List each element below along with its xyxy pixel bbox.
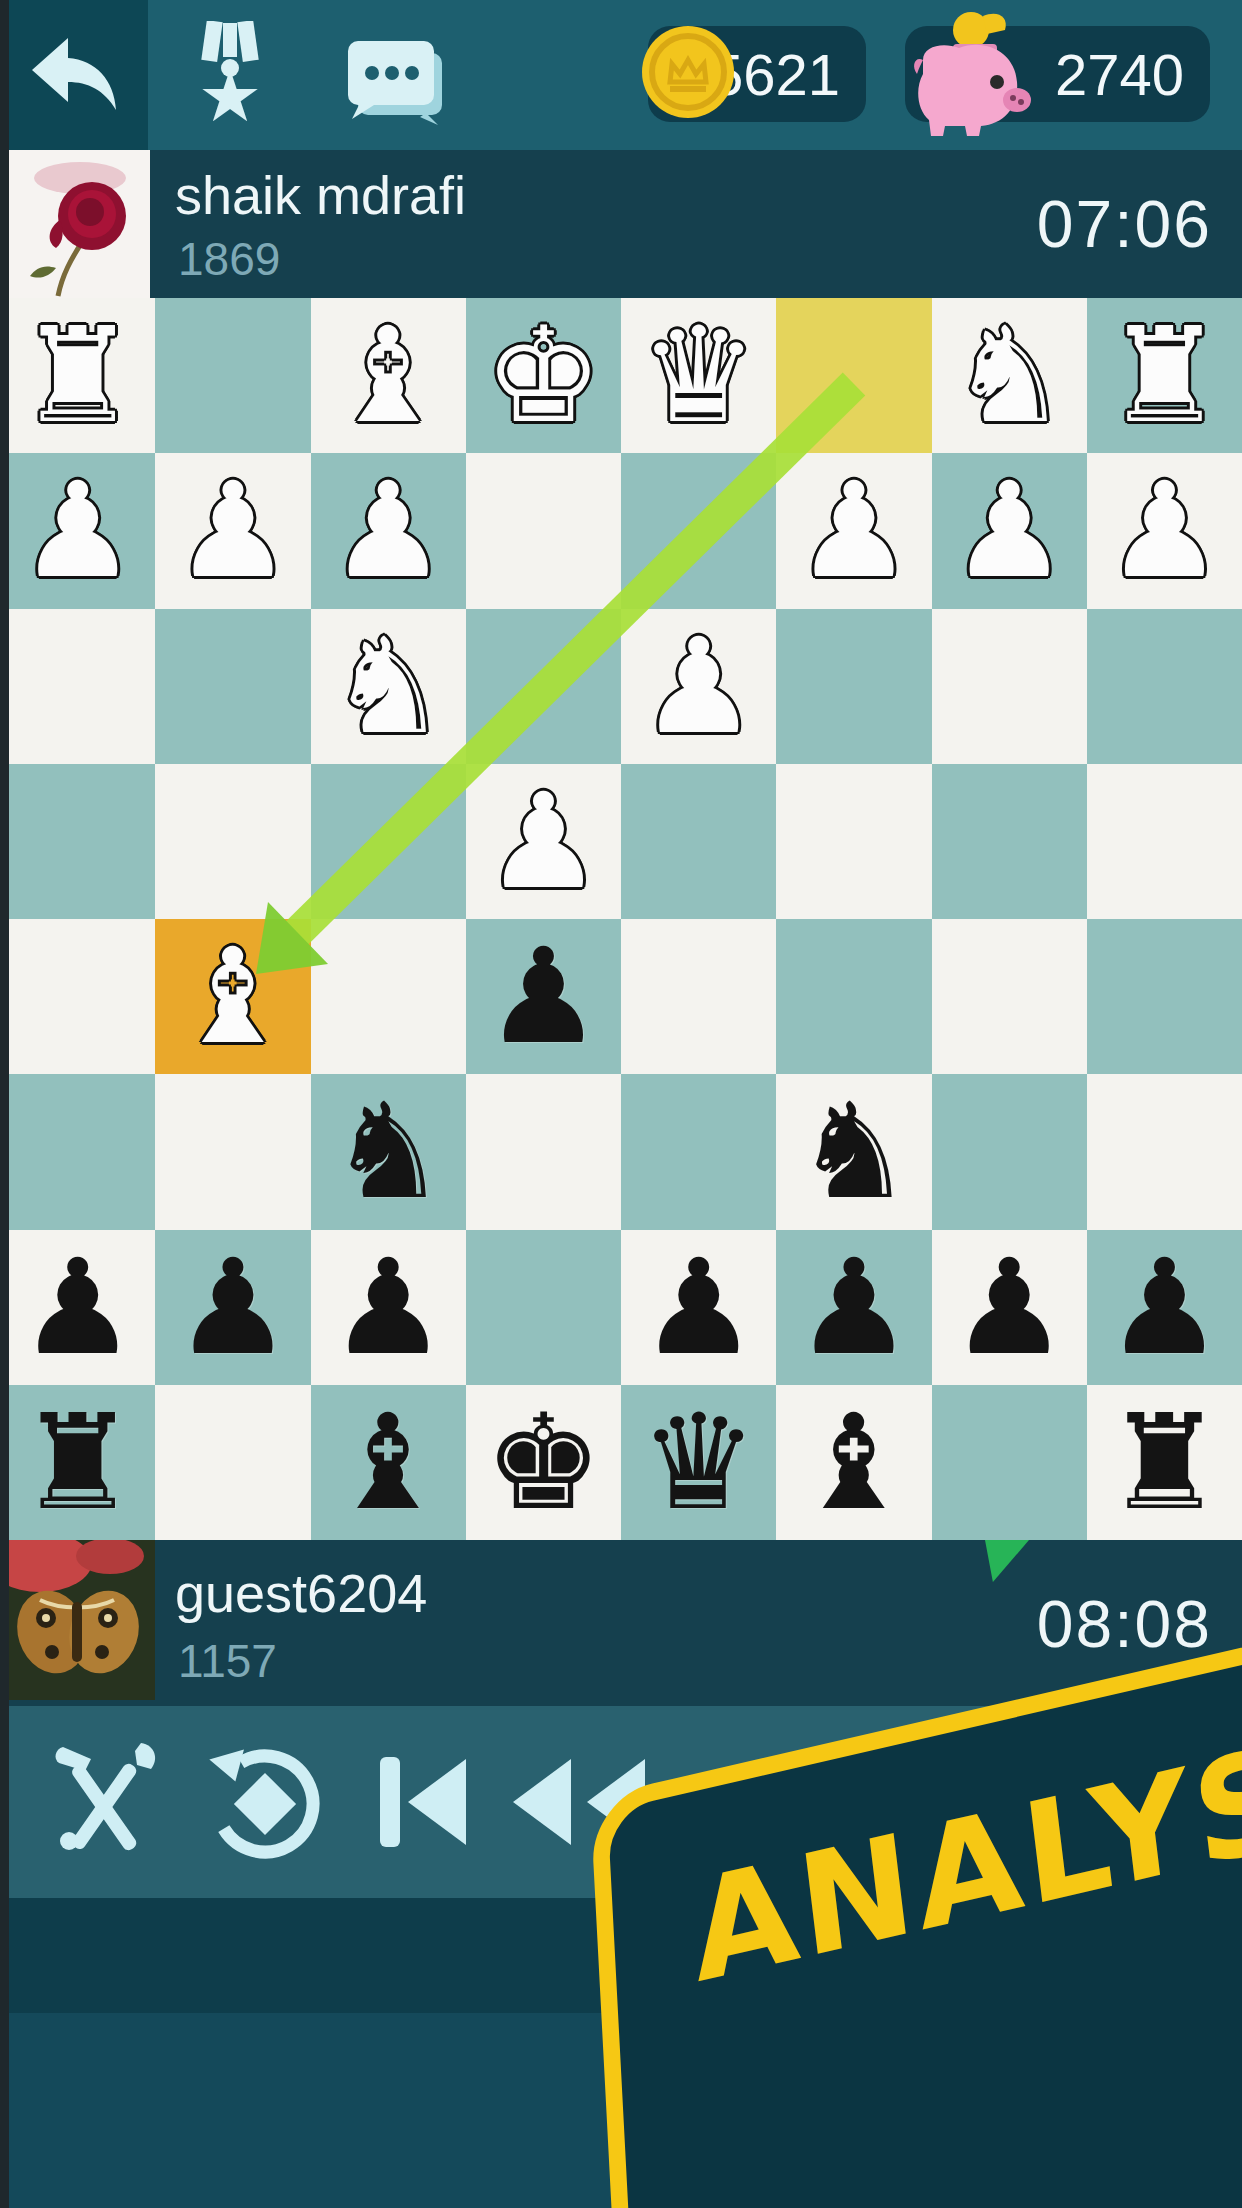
- board-square[interactable]: ♟: [776, 1230, 931, 1385]
- black-pawn[interactable]: ♟: [484, 919, 602, 1074]
- analysis-stamp-label: ANALYSIS: [682, 1679, 1242, 2208]
- board-square[interactable]: ♝: [776, 1385, 931, 1540]
- board-square[interactable]: ♟: [776, 453, 931, 608]
- board-square[interactable]: ♛: [621, 1385, 776, 1540]
- board-square[interactable]: [776, 609, 931, 764]
- board-square[interactable]: ♜: [1087, 298, 1242, 453]
- board-square[interactable]: ♟: [466, 919, 621, 1074]
- board-square[interactable]: ♟: [1087, 1230, 1242, 1385]
- board-square[interactable]: ♜: [0, 1385, 155, 1540]
- board-square[interactable]: ♛: [621, 298, 776, 453]
- white-rook[interactable]: ♜: [1105, 298, 1223, 453]
- board-square[interactable]: ♟: [621, 1230, 776, 1385]
- board-square[interactable]: ♜: [0, 298, 155, 453]
- board-square[interactable]: ♟: [932, 453, 1087, 608]
- opponent-bar: shaik mdrafi 1869 07:06: [0, 150, 1242, 298]
- white-pawn[interactable]: ♟: [950, 453, 1068, 608]
- medal-icon: ★: [182, 21, 278, 129]
- white-pawn[interactable]: ♟: [1105, 453, 1223, 608]
- white-queen[interactable]: ♛: [639, 298, 757, 453]
- medal-button[interactable]: ★: [175, 0, 285, 150]
- white-pawn[interactable]: ♟: [484, 764, 602, 919]
- svg-text:★: ★: [198, 54, 263, 129]
- board-square[interactable]: ♞: [932, 298, 1087, 453]
- turn-indicator: [985, 1540, 1029, 1582]
- black-pawn[interactable]: ♟: [1105, 1230, 1223, 1385]
- board-square[interactable]: ♝: [311, 1385, 466, 1540]
- board-square[interactable]: ♟: [0, 1230, 155, 1385]
- white-bishop[interactable]: ♝: [174, 919, 292, 1074]
- piggy-bank-icon: [893, 8, 1043, 148]
- black-queen[interactable]: ♛: [639, 1385, 757, 1540]
- flip-board-icon: [205, 1740, 325, 1864]
- black-pawn[interactable]: ♟: [18, 1230, 136, 1385]
- chat-icon: [340, 25, 450, 125]
- player-avatar[interactable]: [0, 1540, 155, 1700]
- skip-to-start-button[interactable]: [360, 1706, 490, 1898]
- board-square[interactable]: [621, 453, 776, 608]
- board-square[interactable]: [776, 919, 931, 1074]
- player-rating: 1157: [178, 1634, 277, 1688]
- back-button[interactable]: [0, 0, 148, 150]
- board-square[interactable]: ♟: [155, 1230, 310, 1385]
- board-square[interactable]: [1087, 919, 1242, 1074]
- board-square[interactable]: [155, 298, 310, 453]
- board-square[interactable]: [932, 1074, 1087, 1229]
- board-square[interactable]: ♞: [311, 1074, 466, 1229]
- board-square[interactable]: ♞: [776, 1074, 931, 1229]
- board-square[interactable]: ♝: [155, 919, 310, 1074]
- white-pawn[interactable]: ♟: [18, 453, 136, 608]
- piggy-value: 2740: [1055, 41, 1184, 108]
- board-square[interactable]: ♞: [311, 609, 466, 764]
- white-rook[interactable]: ♜: [18, 298, 136, 453]
- black-rook[interactable]: ♜: [1105, 1385, 1223, 1540]
- piggy-counter[interactable]: 2740: [905, 26, 1210, 122]
- board-square[interactable]: [776, 298, 931, 453]
- black-knight[interactable]: ♞: [329, 1074, 447, 1229]
- white-pawn[interactable]: ♟: [174, 453, 292, 608]
- board-square[interactable]: [466, 1074, 621, 1229]
- white-knight[interactable]: ♞: [950, 298, 1068, 453]
- board-square[interactable]: ♟: [621, 609, 776, 764]
- coin-icon: [636, 20, 740, 124]
- opponent-clock: 07:06: [1037, 186, 1212, 262]
- black-rook[interactable]: ♜: [18, 1385, 136, 1540]
- game-screen: ★ 5621: [0, 0, 1242, 2208]
- board-square[interactable]: [0, 1074, 155, 1229]
- board-square[interactable]: [0, 609, 155, 764]
- board-square[interactable]: [621, 764, 776, 919]
- player-clock: 08:08: [1037, 1586, 1212, 1662]
- board-square[interactable]: [776, 764, 931, 919]
- chess-board[interactable]: ♜♝♚♛♞♜♟♟♟♟♟♟♞♟♟♝♟♞♞♟♟♟♟♟♟♟♜♝♚♛♝♜: [0, 298, 1242, 1540]
- opponent-avatar[interactable]: [0, 150, 150, 298]
- screen-left-edge: [0, 0, 9, 2208]
- white-knight[interactable]: ♞: [329, 609, 447, 764]
- black-bishop[interactable]: ♝: [329, 1385, 447, 1540]
- board-square[interactable]: ♟: [0, 453, 155, 608]
- board-square[interactable]: [621, 919, 776, 1074]
- board-square[interactable]: [466, 453, 621, 608]
- opponent-name: shaik mdrafi: [175, 164, 466, 226]
- board-square[interactable]: ♟: [311, 1230, 466, 1385]
- black-pawn[interactable]: ♟: [174, 1230, 292, 1385]
- board-square[interactable]: [311, 919, 466, 1074]
- board-square[interactable]: [311, 764, 466, 919]
- board-square[interactable]: [621, 1074, 776, 1229]
- chat-button[interactable]: [330, 0, 460, 150]
- board-square[interactable]: ♟: [932, 1230, 1087, 1385]
- black-pawn[interactable]: ♟: [639, 1230, 757, 1385]
- white-bishop[interactable]: ♝: [329, 298, 447, 453]
- board-square[interactable]: ♟: [155, 453, 310, 608]
- board-square[interactable]: ♚: [466, 298, 621, 453]
- board-square[interactable]: ♟: [466, 764, 621, 919]
- board-square[interactable]: [155, 1074, 310, 1229]
- black-pawn[interactable]: ♟: [329, 1230, 447, 1385]
- white-pawn[interactable]: ♟: [795, 453, 913, 608]
- board-square[interactable]: [0, 764, 155, 919]
- tools-icon: [45, 1737, 165, 1867]
- board-square[interactable]: [932, 764, 1087, 919]
- top-bar: ★ 5621: [0, 0, 1242, 150]
- black-king[interactable]: ♚: [484, 1385, 602, 1540]
- board-square[interactable]: [155, 1385, 310, 1540]
- board-square[interactable]: ♚: [466, 1385, 621, 1540]
- board-square[interactable]: [0, 919, 155, 1074]
- board-square[interactable]: [1087, 1074, 1242, 1229]
- tools-button[interactable]: [40, 1706, 170, 1898]
- black-pawn[interactable]: ♟: [795, 1230, 913, 1385]
- back-arrow-icon: [28, 36, 120, 114]
- player-bar: guest6204 1157 08:08: [0, 1540, 1242, 1706]
- board-square[interactable]: [466, 609, 621, 764]
- board-square[interactable]: [155, 764, 310, 919]
- black-pawn[interactable]: ♟: [950, 1230, 1068, 1385]
- board-square[interactable]: [155, 609, 310, 764]
- board-grid: ♜♝♚♛♞♜♟♟♟♟♟♟♞♟♟♝♟♞♞♟♟♟♟♟♟♟♜♝♚♛♝♜: [0, 298, 1242, 1540]
- board-square[interactable]: [932, 919, 1087, 1074]
- board-square[interactable]: [1087, 609, 1242, 764]
- board-square[interactable]: ♝: [311, 298, 466, 453]
- white-pawn[interactable]: ♟: [639, 609, 757, 764]
- black-knight[interactable]: ♞: [795, 1074, 913, 1229]
- white-pawn[interactable]: ♟: [329, 453, 447, 608]
- board-square[interactable]: ♜: [1087, 1385, 1242, 1540]
- black-bishop[interactable]: ♝: [795, 1385, 913, 1540]
- coins-counter[interactable]: 5621: [648, 26, 866, 122]
- flip-board-button[interactable]: [200, 1706, 330, 1898]
- skip-to-start-icon: [370, 1747, 480, 1857]
- board-square[interactable]: [466, 1230, 621, 1385]
- board-square[interactable]: [932, 1385, 1087, 1540]
- player-name: guest6204: [175, 1562, 427, 1624]
- board-square[interactable]: [932, 609, 1087, 764]
- board-square[interactable]: ♟: [311, 453, 466, 608]
- board-square[interactable]: [1087, 764, 1242, 919]
- opponent-rating: 1869: [178, 232, 280, 286]
- white-king[interactable]: ♚: [484, 298, 602, 453]
- board-square[interactable]: ♟: [1087, 453, 1242, 608]
